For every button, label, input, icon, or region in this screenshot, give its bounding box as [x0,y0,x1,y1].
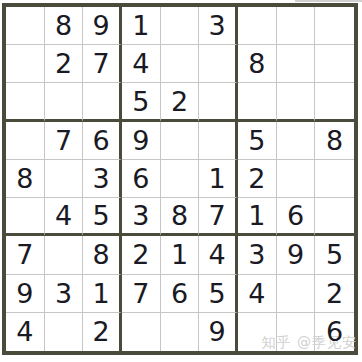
given-digit: 1 [93,280,110,307]
cell-r3c4[interactable]: 5 [122,83,161,121]
cell-r6c5[interactable]: 8 [161,198,200,236]
given-digit: 7 [209,202,226,229]
cell-r7c2[interactable] [45,236,84,274]
cell-r5c8[interactable] [277,160,316,198]
cell-r8c6[interactable]: 5 [199,275,238,313]
cell-r4c1[interactable] [6,122,45,160]
cell-r7c5[interactable]: 1 [161,236,200,274]
cell-r2c7[interactable]: 8 [238,45,277,83]
cell-r1c2[interactable]: 8 [45,7,84,45]
cell-r4c9[interactable]: 8 [315,122,354,160]
cell-r5c5[interactable] [161,160,200,198]
given-digit: 5 [132,88,149,115]
cell-r6c6[interactable]: 7 [199,198,238,236]
cell-r2c4[interactable]: 4 [122,45,161,83]
cell-r4c2[interactable]: 7 [45,122,84,160]
cell-r9c9[interactable]: 6 [315,313,354,351]
cell-r8c4[interactable]: 7 [122,275,161,313]
given-digit: 7 [132,280,149,307]
cell-r3c2[interactable] [45,83,84,121]
given-digit: 5 [248,127,265,154]
cell-r2c8[interactable] [277,45,316,83]
cell-r7c4[interactable]: 2 [122,236,161,274]
cell-r6c7[interactable]: 1 [238,198,277,236]
cell-r7c1[interactable]: 7 [6,236,45,274]
cell-r1c7[interactable] [238,7,277,45]
cell-r1c8[interactable] [277,7,316,45]
given-digit: 6 [171,280,188,307]
given-digit: 1 [132,12,149,39]
cell-r5c4[interactable]: 6 [122,160,161,198]
given-digit: 7 [93,50,110,77]
cell-r4c5[interactable] [161,122,200,160]
sudoku-board: 8913274852769588361245387167821439593176… [2,3,358,355]
given-digit: 7 [16,241,33,268]
given-digit: 9 [209,318,226,345]
cell-r2c1[interactable] [6,45,45,83]
cell-r3c8[interactable] [277,83,316,121]
cell-r9c3[interactable]: 2 [83,313,122,351]
cell-r8c2[interactable]: 3 [45,275,84,313]
cell-r4c3[interactable]: 6 [83,122,122,160]
cell-r8c8[interactable] [277,275,316,313]
given-digit: 1 [171,241,188,268]
given-digit: 4 [248,280,265,307]
cell-r2c2[interactable]: 2 [45,45,84,83]
given-digit: 8 [171,202,188,229]
cell-r6c3[interactable]: 5 [83,198,122,236]
given-digit: 8 [55,12,72,39]
given-digit: 2 [326,280,343,307]
cell-r9c6[interactable]: 9 [199,313,238,351]
given-digit: 6 [132,165,149,192]
cell-r9c7[interactable] [238,313,277,351]
cell-r9c5[interactable] [161,313,200,351]
top-edge-fragment [295,0,362,2]
cell-r5c7[interactable]: 2 [238,160,277,198]
cell-r1c5[interactable] [161,7,200,45]
cell-r8c3[interactable]: 1 [83,275,122,313]
cell-r7c8[interactable]: 9 [277,236,316,274]
cell-r7c3[interactable]: 8 [83,236,122,274]
given-digit: 8 [93,241,110,268]
cell-r9c2[interactable] [45,313,84,351]
cell-r2c9[interactable] [315,45,354,83]
given-digit: 9 [93,12,110,39]
cell-r6c1[interactable] [6,198,45,236]
given-digit: 5 [209,280,226,307]
cell-r2c3[interactable]: 7 [83,45,122,83]
cell-r4c7[interactable]: 5 [238,122,277,160]
given-digit: 2 [132,241,149,268]
cell-r8c7[interactable]: 4 [238,275,277,313]
given-digit: 2 [248,165,265,192]
given-digit: 4 [16,318,33,345]
given-digit: 3 [248,241,265,268]
given-digit: 3 [132,202,149,229]
cell-r8c1[interactable]: 9 [6,275,45,313]
given-digit: 2 [55,50,72,77]
given-digit: 6 [287,202,304,229]
given-digit: 3 [93,165,110,192]
cell-r2c6[interactable] [199,45,238,83]
given-digit: 4 [132,50,149,77]
cell-r1c6[interactable]: 3 [199,7,238,45]
cell-r3c9[interactable] [315,83,354,121]
cell-r1c4[interactable]: 1 [122,7,161,45]
given-digit: 6 [93,127,110,154]
given-digit: 6 [326,318,343,345]
cell-r5c9[interactable] [315,160,354,198]
given-digit: 9 [16,280,33,307]
cell-r4c8[interactable] [277,122,316,160]
cell-r5c6[interactable]: 1 [199,160,238,198]
cell-r6c2[interactable]: 4 [45,198,84,236]
cell-r8c5[interactable]: 6 [161,275,200,313]
cell-r5c3[interactable]: 3 [83,160,122,198]
given-digit: 7 [55,127,72,154]
cell-r3c3[interactable] [83,83,122,121]
given-digit: 8 [326,127,343,154]
cell-r4c4[interactable]: 9 [122,122,161,160]
cell-r1c9[interactable] [315,7,354,45]
cell-r3c1[interactable] [6,83,45,121]
cell-r6c8[interactable]: 6 [277,198,316,236]
cell-r4c6[interactable] [199,122,238,160]
sudoku-screenshot: 8913274852769588361245387167821439593176… [0,0,362,362]
cell-r3c7[interactable] [238,83,277,121]
cell-r1c3[interactable]: 9 [83,7,122,45]
given-digit: 1 [209,165,226,192]
given-digit: 2 [93,318,110,345]
cell-r1c1[interactable] [6,7,45,45]
cell-r5c2[interactable] [45,160,84,198]
cell-r9c8[interactable] [277,313,316,351]
cell-r7c6[interactable]: 4 [199,236,238,274]
given-digit: 9 [287,241,304,268]
cell-r6c9[interactable] [315,198,354,236]
given-digit: 4 [55,202,72,229]
given-digit: 5 [93,202,110,229]
given-digit: 8 [16,165,33,192]
given-digit: 5 [326,241,343,268]
given-digit: 2 [171,88,188,115]
cell-r9c1[interactable]: 4 [6,313,45,351]
cell-r2c5[interactable] [161,45,200,83]
cell-r8c9[interactable]: 2 [315,275,354,313]
cell-r9c4[interactable] [122,313,161,351]
given-digit: 4 [209,241,226,268]
cell-r3c5[interactable]: 2 [161,83,200,121]
given-digit: 3 [209,12,226,39]
cell-r6c4[interactable]: 3 [122,198,161,236]
given-digit: 8 [248,50,265,77]
cell-r7c7[interactable]: 3 [238,236,277,274]
given-digit: 3 [55,280,72,307]
cell-r3c6[interactable] [199,83,238,121]
cell-r7c9[interactable]: 5 [315,236,354,274]
cell-r5c1[interactable]: 8 [6,160,45,198]
given-digit: 1 [248,202,265,229]
given-digit: 9 [132,127,149,154]
